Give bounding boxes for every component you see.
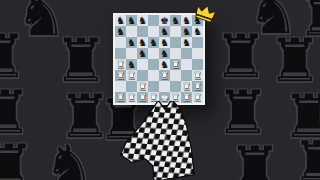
black-knight-piece[interactable]: ♞ — [138, 48, 147, 59]
square-e5[interactable]: ♞ — [159, 48, 170, 59]
black-king-piece[interactable]: ♚ — [160, 15, 169, 26]
square-c7[interactable] — [137, 26, 148, 37]
square-c4[interactable] — [137, 59, 148, 70]
square-g2[interactable]: ♜ — [181, 81, 192, 92]
square-b5[interactable] — [126, 48, 137, 59]
square-a5[interactable] — [115, 48, 126, 59]
square-f5[interactable] — [170, 48, 181, 59]
rook-silhouette-icon: ♜ — [292, 134, 320, 180]
white-rook-piece[interactable]: ♜ — [193, 70, 202, 81]
black-knight-piece[interactable]: ♞ — [171, 15, 180, 26]
square-c5[interactable]: ♞ — [137, 48, 148, 59]
white-rook-piece[interactable]: ♜ — [116, 70, 125, 81]
square-f8[interactable]: ♞ — [170, 15, 181, 26]
square-e2[interactable] — [159, 81, 170, 92]
square-g6[interactable]: ♞ — [181, 37, 192, 48]
white-rook-piece[interactable]: ♜ — [193, 81, 202, 92]
square-d8[interactable] — [148, 15, 159, 26]
square-b8[interactable]: ♞ — [126, 15, 137, 26]
square-b4[interactable]: ♞ — [126, 59, 137, 70]
black-knight-piece[interactable]: ♞ — [149, 37, 158, 48]
white-rook-piece[interactable]: ♜ — [160, 70, 169, 81]
square-g8[interactable]: ♞ — [181, 15, 192, 26]
square-g3[interactable] — [181, 70, 192, 81]
square-h3[interactable]: ♜ — [192, 70, 203, 81]
square-d6[interactable]: ♞ — [148, 37, 159, 48]
square-h7[interactable]: ♞ — [192, 26, 203, 37]
square-e7[interactable]: ♞ — [159, 26, 170, 37]
black-knight-piece[interactable]: ♞ — [182, 15, 191, 26]
square-a7[interactable]: ♞ — [115, 26, 126, 37]
square-c3[interactable] — [137, 70, 148, 81]
video-frame: ♞♞♜♜♜♜♜♜♜♜♜♜♜♞♜♜ ♞♞♞♚♞♞♞♞♞♞♞♞♞♞♞♞♞♞♜♞♞♜♜… — [0, 0, 320, 180]
black-knight-piece[interactable]: ♞ — [160, 48, 169, 59]
square-f4[interactable]: ♜ — [170, 59, 181, 70]
square-f2[interactable] — [170, 81, 181, 92]
square-d5[interactable] — [148, 48, 159, 59]
black-knight-piece[interactable]: ♞ — [160, 59, 169, 70]
rook-silhouette-icon: ♜ — [228, 138, 282, 180]
square-c2[interactable]: ♜ — [137, 81, 148, 92]
square-e6[interactable]: ♞ — [159, 37, 170, 48]
black-knight-piece[interactable]: ♞ — [127, 37, 136, 48]
white-rook-piece[interactable]: ♜ — [182, 81, 191, 92]
square-d7[interactable] — [148, 26, 159, 37]
square-d3[interactable] — [148, 70, 159, 81]
black-knight-piece[interactable]: ♞ — [193, 26, 202, 37]
square-f7[interactable] — [170, 26, 181, 37]
square-f3[interactable] — [170, 70, 181, 81]
square-e3[interactable]: ♜ — [159, 70, 170, 81]
square-e8[interactable]: ♚ — [159, 15, 170, 26]
square-b6[interactable]: ♞ — [126, 37, 137, 48]
black-knight-piece[interactable]: ♞ — [127, 15, 136, 26]
black-knight-piece[interactable]: ♞ — [182, 26, 191, 37]
black-knight-piece[interactable]: ♞ — [182, 37, 191, 48]
square-f6[interactable] — [170, 37, 181, 48]
white-rook-piece[interactable]: ♜ — [127, 70, 136, 81]
rook-silhouette-icon: ♜ — [0, 136, 36, 180]
white-rook-piece[interactable]: ♜ — [171, 59, 180, 70]
square-a3[interactable]: ♜ — [115, 70, 126, 81]
square-h5[interactable] — [192, 48, 203, 59]
square-b7[interactable] — [126, 26, 137, 37]
black-knight-piece[interactable]: ♞ — [160, 37, 169, 48]
square-b3[interactable]: ♜ — [126, 70, 137, 81]
square-c8[interactable]: ♞ — [137, 15, 148, 26]
square-c6[interactable]: ♞ — [137, 37, 148, 48]
knight-silhouette-icon: ♞ — [44, 138, 94, 180]
black-knight-piece[interactable]: ♞ — [138, 15, 147, 26]
square-a4[interactable]: ♜ — [115, 59, 126, 70]
checkered-knight-mascot — [116, 101, 202, 180]
square-g5[interactable] — [181, 48, 192, 59]
chess-board: ♞♞♞♚♞♞♞♞♞♞♞♞♞♞♞♞♞♞♜♞♞♜♜♜♜♜♜♜♜♜♜♜♜♚♜♜♜ — [115, 15, 203, 103]
square-e4[interactable]: ♞ — [159, 59, 170, 70]
white-rook-piece[interactable]: ♜ — [138, 81, 147, 92]
square-h4[interactable] — [192, 59, 203, 70]
square-h2[interactable]: ♜ — [192, 81, 203, 92]
square-g4[interactable] — [181, 59, 192, 70]
black-knight-piece[interactable]: ♞ — [127, 59, 136, 70]
square-g7[interactable]: ♞ — [181, 26, 192, 37]
square-a6[interactable] — [115, 37, 126, 48]
chess-board-frame: ♞♞♞♚♞♞♞♞♞♞♞♞♞♞♞♞♞♞♜♞♞♜♜♜♜♜♜♜♜♜♜♜♜♚♜♜♜ — [113, 13, 205, 105]
square-b2[interactable] — [126, 81, 137, 92]
black-knight-piece[interactable]: ♞ — [160, 26, 169, 37]
square-d4[interactable] — [148, 59, 159, 70]
square-d2[interactable] — [148, 81, 159, 92]
white-rook-piece[interactable]: ♜ — [116, 59, 125, 70]
square-a2[interactable] — [115, 81, 126, 92]
black-knight-piece[interactable]: ♞ — [116, 15, 125, 26]
black-knight-piece[interactable]: ♞ — [116, 26, 125, 37]
black-knight-piece[interactable]: ♞ — [138, 37, 147, 48]
square-a8[interactable]: ♞ — [115, 15, 126, 26]
square-h6[interactable] — [192, 37, 203, 48]
